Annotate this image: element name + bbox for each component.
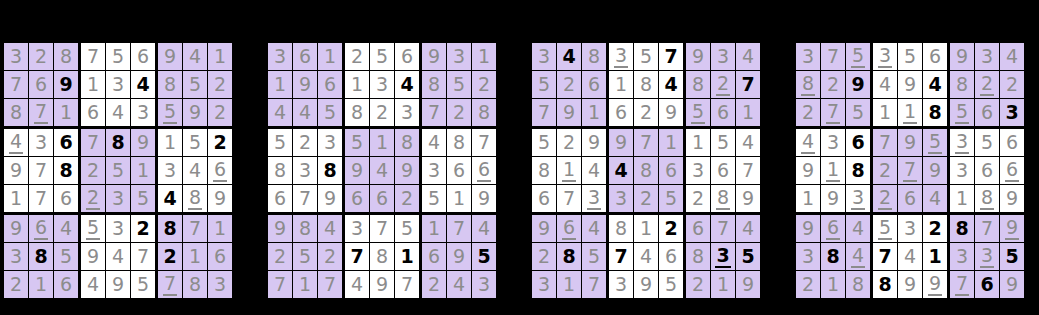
sudoku-cell: 5 bbox=[131, 185, 155, 212]
sudoku-cell: 4 bbox=[582, 215, 606, 242]
sudoku-cell: 9 bbox=[609, 129, 633, 156]
sudoku-cell: 5 bbox=[81, 215, 105, 242]
sudoku-cell: 5 bbox=[1000, 243, 1024, 270]
sudoku-cell: 6 bbox=[395, 43, 419, 70]
sudoku-cell: 5 bbox=[293, 243, 317, 270]
sudoku-cell: 9 bbox=[293, 71, 317, 98]
sudoku-cell: 9 bbox=[582, 129, 606, 156]
sudoku-cell: 9 bbox=[472, 185, 496, 212]
sudoku-cell: 3 bbox=[106, 215, 130, 242]
sudoku-cell: 1 bbox=[659, 129, 683, 156]
sudoku-cell: 1 bbox=[686, 129, 710, 156]
sudoku-cell: 5 bbox=[634, 43, 658, 70]
sudoku-cell: 8 bbox=[54, 157, 78, 184]
sudoku-cell: 7 bbox=[345, 243, 369, 270]
sudoku-cell: 1 bbox=[873, 99, 897, 126]
sudoku-cell: 4 bbox=[395, 71, 419, 98]
sudoku-cell: 8 bbox=[557, 243, 581, 270]
sudoku-cell: 9 bbox=[923, 157, 947, 184]
sudoku-cell: 5 bbox=[395, 215, 419, 242]
sudoku-cell: 9 bbox=[268, 215, 292, 242]
sudoku-cell: 9 bbox=[54, 71, 78, 98]
sudoku-cell: 1 bbox=[54, 99, 78, 126]
sudoku-cell: 2 bbox=[557, 71, 581, 98]
sudoku-cell: 8 bbox=[318, 157, 342, 184]
sudoku-cell: 8 bbox=[106, 129, 130, 156]
sudoku-cell: 2 bbox=[532, 243, 556, 270]
sudoku-cell: 3 bbox=[873, 43, 897, 70]
sudoku-cell: 4 bbox=[183, 43, 207, 70]
sudoku-cell: 8 bbox=[923, 99, 947, 126]
sudoku-cell: 6 bbox=[923, 43, 947, 70]
sudoku-cell: 3 bbox=[472, 271, 496, 298]
sudoku-cell: 4 bbox=[634, 243, 658, 270]
sudoku-cell: 8 bbox=[975, 185, 999, 212]
sudoku-cell: 1 bbox=[208, 43, 232, 70]
sudoku-cell: 6 bbox=[609, 99, 633, 126]
sudoku-cell: 6 bbox=[54, 185, 78, 212]
sudoku-cell: 2 bbox=[318, 243, 342, 270]
sudoku-cell: 7 bbox=[422, 99, 446, 126]
sudoku-box: 375781497 bbox=[345, 215, 419, 298]
sudoku-cell: 9 bbox=[634, 271, 658, 298]
sudoku-box: 795279264 bbox=[873, 129, 947, 212]
sudoku-cell: 9 bbox=[447, 243, 471, 270]
sudoku-box: 436918193 bbox=[796, 129, 870, 212]
sudoku-cell: 1 bbox=[29, 271, 53, 298]
sudoku-cell: 8 bbox=[634, 71, 658, 98]
sudoku-cell: 4 bbox=[345, 271, 369, 298]
sudoku-cell: 7 bbox=[975, 215, 999, 242]
sudoku-cell: 1 bbox=[950, 185, 974, 212]
sudoku-cell: 8 bbox=[29, 243, 53, 270]
sudoku-cell: 9 bbox=[131, 129, 155, 156]
sudoku-cell: 4 bbox=[736, 215, 760, 242]
sudoku-cell: 6 bbox=[131, 43, 155, 70]
sudoku-cell: 5 bbox=[923, 129, 947, 156]
sudoku-cell: 4 bbox=[557, 43, 581, 70]
sudoku-cell: 4 bbox=[609, 157, 633, 184]
sudoku-cell: 4 bbox=[422, 129, 446, 156]
sudoku-cell: 7 bbox=[183, 215, 207, 242]
sudoku-cell: 7 bbox=[29, 99, 53, 126]
sudoku-cell: 2 bbox=[395, 185, 419, 212]
sudoku-cell: 4 bbox=[4, 129, 28, 156]
sudoku-cell: 5 bbox=[898, 43, 922, 70]
sudoku-cell: 1 bbox=[796, 185, 820, 212]
sudoku-box: 964285317 bbox=[532, 215, 606, 298]
sudoku-cell: 3 bbox=[950, 157, 974, 184]
sudoku-cell: 2 bbox=[634, 99, 658, 126]
sudoku-cell: 3 bbox=[711, 43, 735, 70]
sudoku-cell: 8 bbox=[821, 243, 845, 270]
sudoku-cell: 6 bbox=[686, 215, 710, 242]
sudoku-cell: 7 bbox=[821, 99, 845, 126]
sudoku-cell: 2 bbox=[796, 99, 820, 126]
sudoku-cell: 1 bbox=[472, 43, 496, 70]
sudoku-cell: 5 bbox=[447, 71, 471, 98]
sudoku-cell: 2 bbox=[873, 157, 897, 184]
sudoku-cell: 6 bbox=[846, 129, 870, 156]
sudoku-cell: 8 bbox=[711, 185, 735, 212]
sudoku-cell: 8 bbox=[158, 215, 182, 242]
sudoku-cell: 3 bbox=[950, 129, 974, 156]
sudoku-cell: 8 bbox=[370, 243, 394, 270]
sudoku-cell: 3 bbox=[532, 43, 556, 70]
sudoku-cell: 2 bbox=[796, 271, 820, 298]
sudoku-box: 674835219 bbox=[686, 215, 760, 298]
sudoku-box: 984252717 bbox=[268, 215, 342, 298]
sudoku-cell: 6 bbox=[268, 185, 292, 212]
sudoku-cell: 2 bbox=[4, 271, 28, 298]
sudoku-cell: 5 bbox=[659, 271, 683, 298]
sudoku-cell: 6 bbox=[422, 243, 446, 270]
sudoku-cell: 1 bbox=[4, 185, 28, 212]
sudoku-cell: 9 bbox=[923, 271, 947, 298]
sudoku-cell: 8 bbox=[345, 99, 369, 126]
sudoku-cell: 5 bbox=[422, 185, 446, 212]
sudoku-cell: 4 bbox=[923, 71, 947, 98]
sudoku-box: 328769871 bbox=[4, 43, 78, 126]
sudoku-cell: 6 bbox=[208, 243, 232, 270]
sudoku-cell: 6 bbox=[29, 71, 53, 98]
sudoku-cell: 3 bbox=[370, 71, 394, 98]
sudoku-cell: 7 bbox=[736, 71, 760, 98]
sudoku-cell: 8 bbox=[268, 157, 292, 184]
sudoku-box: 812746395 bbox=[609, 215, 683, 298]
sudoku-cell: 7 bbox=[81, 129, 105, 156]
sudoku-board-1: 3287698717561346439418525924369781767892… bbox=[1, 40, 235, 301]
sudoku-box: 934827561 bbox=[686, 43, 760, 126]
sudoku-cell: 4 bbox=[1000, 43, 1024, 70]
sudoku-cell: 2 bbox=[422, 271, 446, 298]
sudoku-cell: 9 bbox=[1000, 271, 1024, 298]
sudoku-cell: 7 bbox=[711, 215, 735, 242]
sudoku-cell: 9 bbox=[158, 43, 182, 70]
sudoku-cell: 5 bbox=[472, 243, 496, 270]
sudoku-box: 152346489 bbox=[158, 129, 232, 212]
sudoku-cell: 2 bbox=[208, 71, 232, 98]
sudoku-cell: 7 bbox=[29, 157, 53, 184]
sudoku-cell: 3 bbox=[131, 99, 155, 126]
sudoku-cell: 1 bbox=[131, 157, 155, 184]
sudoku-cell: 2 bbox=[1000, 71, 1024, 98]
sudoku-cell: 4 bbox=[268, 99, 292, 126]
sudoku-cell: 9 bbox=[395, 157, 419, 184]
sudoku-cell: 6 bbox=[447, 157, 471, 184]
sudoku-box: 971486325 bbox=[609, 129, 683, 212]
sudoku-cell: 8 bbox=[447, 129, 471, 156]
sudoku-cell: 5 bbox=[846, 99, 870, 126]
sudoku-cell: 3 bbox=[582, 185, 606, 212]
sudoku-cell: 1 bbox=[711, 271, 735, 298]
sudoku-cell: 8 bbox=[293, 215, 317, 242]
sudoku-cell: 9 bbox=[532, 215, 556, 242]
sudoku-cell: 8 bbox=[395, 129, 419, 156]
sudoku-box: 256134823 bbox=[345, 43, 419, 126]
sudoku-cell: 9 bbox=[106, 271, 130, 298]
sudoku-cell: 8 bbox=[183, 271, 207, 298]
sudoku-cell: 3 bbox=[950, 243, 974, 270]
sudoku-box: 529814673 bbox=[532, 129, 606, 212]
sudoku-box: 532741899 bbox=[873, 215, 947, 298]
sudoku-box: 436978176 bbox=[4, 129, 78, 212]
sudoku-cell: 7 bbox=[582, 271, 606, 298]
sudoku-cell: 7 bbox=[158, 271, 182, 298]
sudoku-cell: 1 bbox=[422, 215, 446, 242]
sudoku-cell: 2 bbox=[557, 129, 581, 156]
sudoku-cell: 4 bbox=[106, 243, 130, 270]
sudoku-cell: 4 bbox=[846, 243, 870, 270]
sudoku-cell: 2 bbox=[158, 243, 182, 270]
sudoku-cell: 9 bbox=[4, 215, 28, 242]
sudoku-cell: 1 bbox=[208, 215, 232, 242]
sudoku-cell: 9 bbox=[557, 99, 581, 126]
sudoku-cell: 9 bbox=[370, 271, 394, 298]
sudoku-cell: 1 bbox=[821, 157, 845, 184]
sudoku-cell: 1 bbox=[821, 271, 845, 298]
sudoku-cell: 8 bbox=[686, 243, 710, 270]
sudoku-cell: 9 bbox=[950, 43, 974, 70]
sudoku-box: 348526791 bbox=[532, 43, 606, 126]
sudoku-cell: 2 bbox=[345, 43, 369, 70]
sudoku-cell: 3 bbox=[345, 215, 369, 242]
sudoku-cell: 6 bbox=[711, 99, 735, 126]
sudoku-box: 964385216 bbox=[4, 215, 78, 298]
sudoku-cell: 5 bbox=[711, 129, 735, 156]
sudoku-cell: 7 bbox=[821, 43, 845, 70]
sudoku-cell: 4 bbox=[447, 271, 471, 298]
sudoku-cell: 7 bbox=[472, 129, 496, 156]
sudoku-cell: 5 bbox=[659, 185, 683, 212]
sudoku-cell: 3 bbox=[686, 157, 710, 184]
sudoku-grids-strip: 3287698717561346439418525924369781767892… bbox=[0, 0, 1039, 301]
sudoku-cell: 9 bbox=[821, 185, 845, 212]
sudoku-cell: 9 bbox=[846, 71, 870, 98]
sudoku-cell: 1 bbox=[557, 271, 581, 298]
sudoku-cell: 5 bbox=[268, 129, 292, 156]
sudoku-cell: 7 bbox=[609, 243, 633, 270]
sudoku-cell: 8 bbox=[582, 43, 606, 70]
sudoku-cell: 8 bbox=[54, 43, 78, 70]
sudoku-cell: 4 bbox=[898, 243, 922, 270]
sudoku-cell: 5 bbox=[158, 99, 182, 126]
sudoku-board-3: 3485267913571846299348275615298146739714… bbox=[529, 40, 763, 301]
sudoku-cell: 6 bbox=[711, 157, 735, 184]
sudoku-cell: 3 bbox=[796, 43, 820, 70]
sudoku-cell: 9 bbox=[796, 215, 820, 242]
sudoku-cell: 7 bbox=[873, 243, 897, 270]
sudoku-cell: 6 bbox=[532, 185, 556, 212]
sudoku-cell: 3 bbox=[1000, 99, 1024, 126]
sudoku-cell: 1 bbox=[634, 215, 658, 242]
sudoku-cell: 8 bbox=[950, 71, 974, 98]
sudoku-cell: 7 bbox=[4, 71, 28, 98]
sudoku-cell: 1 bbox=[447, 185, 471, 212]
sudoku-cell: 4 bbox=[472, 215, 496, 242]
sudoku-cell: 4 bbox=[81, 271, 105, 298]
sudoku-cell: 3 bbox=[158, 157, 182, 184]
sudoku-box: 357184629 bbox=[609, 43, 683, 126]
sudoku-cell: 5 bbox=[106, 157, 130, 184]
sudoku-cell: 1 bbox=[582, 99, 606, 126]
sudoku-cell: 9 bbox=[898, 271, 922, 298]
sudoku-cell: 8 bbox=[846, 271, 870, 298]
sudoku-cell: 9 bbox=[1000, 215, 1024, 242]
sudoku-cell: 2 bbox=[447, 99, 471, 126]
sudoku-cell: 3 bbox=[268, 43, 292, 70]
sudoku-cell: 9 bbox=[898, 71, 922, 98]
sudoku-cell: 3 bbox=[609, 271, 633, 298]
sudoku-cell: 6 bbox=[472, 157, 496, 184]
sudoku-box: 532947495 bbox=[81, 215, 155, 298]
sudoku-cell: 4 bbox=[183, 157, 207, 184]
sudoku-cell: 6 bbox=[659, 157, 683, 184]
sudoku-cell: 3 bbox=[609, 185, 633, 212]
sudoku-cell: 3 bbox=[711, 243, 735, 270]
sudoku-cell: 7 bbox=[659, 43, 683, 70]
sudoku-cell: 4 bbox=[736, 43, 760, 70]
sudoku-cell: 4 bbox=[796, 129, 820, 156]
sudoku-box: 174695243 bbox=[422, 215, 496, 298]
sudoku-cell: 7 bbox=[634, 129, 658, 156]
sudoku-cell: 8 bbox=[873, 271, 897, 298]
sudoku-cell: 2 bbox=[975, 71, 999, 98]
sudoku-box: 361196445 bbox=[268, 43, 342, 126]
sudoku-cell: 3 bbox=[422, 157, 446, 184]
sudoku-cell: 8 bbox=[183, 185, 207, 212]
sudoku-box: 934822563 bbox=[950, 43, 1024, 126]
sudoku-cell: 6 bbox=[975, 99, 999, 126]
sudoku-cell: 2 bbox=[821, 71, 845, 98]
sudoku-cell: 1 bbox=[370, 129, 394, 156]
sudoku-cell: 3 bbox=[609, 43, 633, 70]
sudoku-cell: 9 bbox=[736, 271, 760, 298]
sudoku-cell: 9 bbox=[659, 99, 683, 126]
sudoku-cell: 1 bbox=[557, 157, 581, 184]
sudoku-cell: 2 bbox=[923, 215, 947, 242]
sudoku-cell: 6 bbox=[54, 271, 78, 298]
sudoku-cell: 9 bbox=[4, 157, 28, 184]
sudoku-cell: 3 bbox=[975, 243, 999, 270]
sudoku-box: 487366519 bbox=[422, 129, 496, 212]
sudoku-cell: 4 bbox=[923, 185, 947, 212]
sudoku-cell: 9 bbox=[183, 99, 207, 126]
sudoku-box: 931852728 bbox=[422, 43, 496, 126]
sudoku-cell: 3 bbox=[395, 99, 419, 126]
sudoku-cell: 6 bbox=[54, 129, 78, 156]
sudoku-cell: 9 bbox=[1000, 185, 1024, 212]
sudoku-cell: 3 bbox=[318, 129, 342, 156]
sudoku-cell: 4 bbox=[370, 157, 394, 184]
sudoku-cell: 9 bbox=[208, 185, 232, 212]
sudoku-cell: 6 bbox=[821, 215, 845, 242]
sudoku-cell: 4 bbox=[659, 71, 683, 98]
sudoku-cell: 1 bbox=[293, 271, 317, 298]
sudoku-cell: 4 bbox=[736, 129, 760, 156]
sudoku-cell: 2 bbox=[472, 71, 496, 98]
sudoku-cell: 1 bbox=[318, 43, 342, 70]
sudoku-cell: 1 bbox=[898, 99, 922, 126]
sudoku-cell: 6 bbox=[318, 71, 342, 98]
sudoku-box: 789251235 bbox=[81, 129, 155, 212]
sudoku-cell: 7 bbox=[873, 129, 897, 156]
sudoku-cell: 5 bbox=[183, 129, 207, 156]
sudoku-cell: 2 bbox=[131, 215, 155, 242]
sudoku-cell: 5 bbox=[736, 243, 760, 270]
sudoku-cell: 2 bbox=[711, 71, 735, 98]
sudoku-cell: 2 bbox=[81, 185, 105, 212]
sudoku-cell: 3 bbox=[106, 185, 130, 212]
sudoku-cell: 4 bbox=[293, 99, 317, 126]
sudoku-cell: 8 bbox=[472, 99, 496, 126]
sudoku-cell: 6 bbox=[557, 215, 581, 242]
sudoku-cell: 5 bbox=[873, 215, 897, 242]
sudoku-cell: 5 bbox=[345, 129, 369, 156]
sudoku-cell: 8 bbox=[686, 71, 710, 98]
sudoku-cell: 9 bbox=[318, 185, 342, 212]
sudoku-cell: 8 bbox=[532, 157, 556, 184]
sudoku-cell: 1 bbox=[395, 243, 419, 270]
sudoku-box: 941852592 bbox=[158, 43, 232, 126]
sudoku-cell: 3 bbox=[898, 215, 922, 242]
sudoku-cell: 1 bbox=[736, 99, 760, 126]
sudoku-cell: 8 bbox=[634, 157, 658, 184]
sudoku-cell: 6 bbox=[29, 215, 53, 242]
sudoku-cell: 4 bbox=[54, 215, 78, 242]
sudoku-cell: 7 bbox=[318, 271, 342, 298]
sudoku-cell: 6 bbox=[81, 99, 105, 126]
sudoku-cell: 6 bbox=[1000, 129, 1024, 156]
sudoku-cell: 3 bbox=[293, 157, 317, 184]
sudoku-board-4: 3758292753564941189348225634369181937952… bbox=[793, 40, 1027, 301]
sudoku-cell: 6 bbox=[370, 185, 394, 212]
sudoku-box: 154367289 bbox=[686, 129, 760, 212]
sudoku-cell: 4 bbox=[158, 185, 182, 212]
sudoku-cell: 3 bbox=[821, 129, 845, 156]
sudoku-box: 964384218 bbox=[796, 215, 870, 298]
sudoku-cell: 4 bbox=[582, 157, 606, 184]
sudoku-cell: 5 bbox=[370, 43, 394, 70]
sudoku-cell: 7 bbox=[898, 157, 922, 184]
sudoku-cell: 8 bbox=[158, 71, 182, 98]
sudoku-cell: 9 bbox=[81, 243, 105, 270]
sudoku-cell: 3 bbox=[447, 43, 471, 70]
sudoku-cell: 5 bbox=[532, 129, 556, 156]
sudoku-cell: 7 bbox=[950, 271, 974, 298]
sudoku-cell: 3 bbox=[29, 129, 53, 156]
sudoku-cell: 9 bbox=[796, 157, 820, 184]
sudoku-cell: 7 bbox=[293, 185, 317, 212]
sudoku-cell: 6 bbox=[582, 71, 606, 98]
sudoku-cell: 1 bbox=[268, 71, 292, 98]
sudoku-cell: 7 bbox=[532, 99, 556, 126]
sudoku-cell: 8 bbox=[4, 99, 28, 126]
sudoku-cell: 6 bbox=[1000, 157, 1024, 184]
sudoku-cell: 9 bbox=[422, 43, 446, 70]
sudoku-cell: 3 bbox=[846, 185, 870, 212]
sudoku-cell: 9 bbox=[686, 43, 710, 70]
sudoku-cell: 6 bbox=[975, 157, 999, 184]
sudoku-cell: 6 bbox=[345, 185, 369, 212]
sudoku-cell: 2 bbox=[659, 215, 683, 242]
sudoku-cell: 7 bbox=[557, 185, 581, 212]
sudoku-cell: 5 bbox=[532, 71, 556, 98]
sudoku-cell: 3 bbox=[975, 43, 999, 70]
sudoku-cell: 4 bbox=[106, 99, 130, 126]
sudoku-box: 518949662 bbox=[345, 129, 419, 212]
sudoku-cell: 1 bbox=[923, 243, 947, 270]
